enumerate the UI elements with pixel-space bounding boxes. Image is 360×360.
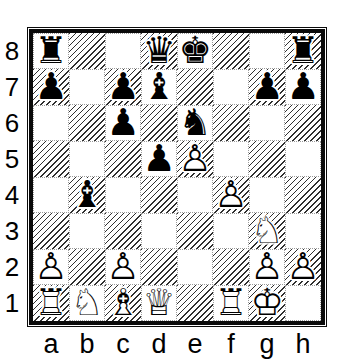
piece-white-pawn: ♙ (249, 249, 285, 285)
piece-black-rook: ♜ (33, 33, 69, 69)
chess-diagram: 8 7 6 5 4 3 2 1 a b c d e f g h ♜ ♛ ♚ ♜ … (0, 0, 360, 360)
square-f8 (213, 33, 249, 69)
square-c8 (105, 33, 141, 69)
rank-label-5: 5 (2, 141, 22, 177)
square-e2 (177, 249, 213, 285)
square-c3 (105, 213, 141, 249)
square-g8 (249, 33, 285, 69)
square-f5 (213, 141, 249, 177)
square-c1: ♝♗ (105, 285, 141, 321)
square-b2 (69, 249, 105, 285)
rank-label-7: 7 (2, 69, 22, 105)
piece-black-queen: ♛ (141, 33, 177, 69)
piece-white-rook: ♖ (33, 285, 69, 321)
square-b3 (69, 213, 105, 249)
piece-white-knight: ♘ (249, 213, 285, 249)
square-d8: ♛ (141, 33, 177, 69)
rank-label-1: 1 (2, 285, 22, 321)
file-label-b: b (69, 330, 105, 358)
piece-white-king: ♔ (249, 285, 285, 321)
file-label-a: a (33, 330, 69, 358)
chess-board: ♜ ♛ ♚ ♜ ♟ ♟ ♝ ♟ ♟ ♟ ♞ ♟ ♟♙ ♝ (29, 29, 325, 325)
square-e7 (177, 69, 213, 105)
square-b6 (69, 105, 105, 141)
rank-label-6: 6 (2, 105, 22, 141)
square-d4 (141, 177, 177, 213)
square-f6 (213, 105, 249, 141)
square-c2: ♟♙ (105, 249, 141, 285)
square-f1: ♜♖ (213, 285, 249, 321)
piece-black-pawn: ♟ (249, 69, 285, 105)
piece-black-bishop: ♝ (141, 69, 177, 105)
piece-black-knight: ♞ (177, 105, 213, 141)
file-label-f: f (213, 330, 249, 358)
piece-black-bishop: ♝ (69, 177, 105, 213)
square-a5 (33, 141, 69, 177)
rank-label-3: 3 (2, 213, 22, 249)
piece-white-bishop: ♗ (105, 285, 141, 321)
square-d6 (141, 105, 177, 141)
square-f7 (213, 69, 249, 105)
file-label-c: c (105, 330, 141, 358)
square-h5 (285, 141, 321, 177)
square-e6: ♞ (177, 105, 213, 141)
piece-white-pawn: ♙ (33, 249, 69, 285)
square-h6 (285, 105, 321, 141)
square-f3 (213, 213, 249, 249)
square-b4: ♝ (69, 177, 105, 213)
square-e3 (177, 213, 213, 249)
square-g7: ♟ (249, 69, 285, 105)
piece-black-pawn: ♟ (285, 69, 321, 105)
square-b7 (69, 69, 105, 105)
piece-black-king: ♚ (177, 33, 213, 69)
square-g2: ♟♙ (249, 249, 285, 285)
square-f4: ♟♙ (213, 177, 249, 213)
piece-white-queen: ♕ (141, 285, 177, 321)
square-b1: ♞♘ (69, 285, 105, 321)
square-h2: ♟♙ (285, 249, 321, 285)
square-g6 (249, 105, 285, 141)
square-f2 (213, 249, 249, 285)
square-a4 (33, 177, 69, 213)
piece-white-pawn: ♙ (105, 249, 141, 285)
square-b8 (69, 33, 105, 69)
square-d1: ♛♕ (141, 285, 177, 321)
file-label-g: g (249, 330, 285, 358)
square-b5 (69, 141, 105, 177)
square-a3 (33, 213, 69, 249)
piece-black-rook: ♜ (285, 33, 321, 69)
piece-white-rook: ♖ (213, 285, 249, 321)
piece-black-pawn: ♟ (141, 141, 177, 177)
square-h4 (285, 177, 321, 213)
square-g3: ♞♘ (249, 213, 285, 249)
square-h8: ♜ (285, 33, 321, 69)
square-e1 (177, 285, 213, 321)
square-g5 (249, 141, 285, 177)
square-d2 (141, 249, 177, 285)
file-label-e: e (177, 330, 213, 358)
square-a7: ♟ (33, 69, 69, 105)
piece-black-pawn: ♟ (33, 69, 69, 105)
piece-white-pawn: ♙ (213, 177, 249, 213)
rank-label-2: 2 (2, 249, 22, 285)
rank-label-8: 8 (2, 33, 22, 69)
piece-white-pawn: ♙ (177, 141, 213, 177)
square-h7: ♟ (285, 69, 321, 105)
square-h1 (285, 285, 321, 321)
piece-white-knight: ♘ (69, 285, 105, 321)
square-c7: ♟ (105, 69, 141, 105)
square-d3 (141, 213, 177, 249)
rank-label-4: 4 (2, 177, 22, 213)
square-c6: ♟ (105, 105, 141, 141)
piece-white-pawn: ♙ (285, 249, 321, 285)
square-a1: ♜♖ (33, 285, 69, 321)
file-label-d: d (141, 330, 177, 358)
square-g4 (249, 177, 285, 213)
piece-black-pawn: ♟ (105, 69, 141, 105)
square-c5 (105, 141, 141, 177)
square-h3 (285, 213, 321, 249)
square-d5: ♟ (141, 141, 177, 177)
square-g1: ♚♔ (249, 285, 285, 321)
square-d7: ♝ (141, 69, 177, 105)
square-a2: ♟♙ (33, 249, 69, 285)
square-c4 (105, 177, 141, 213)
file-label-h: h (285, 330, 321, 358)
square-e4 (177, 177, 213, 213)
square-a8: ♜ (33, 33, 69, 69)
square-e5: ♟♙ (177, 141, 213, 177)
square-e8: ♚ (177, 33, 213, 69)
piece-black-pawn: ♟ (105, 105, 141, 141)
square-a6 (33, 105, 69, 141)
